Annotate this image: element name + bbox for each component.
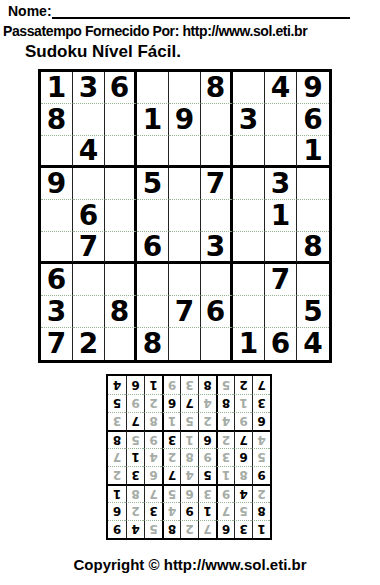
copyright-text: Copyright © http://www.sol.eti.br (0, 556, 380, 573)
puzzle-cell-r8c3: 8 (105, 296, 137, 328)
puzzle-cell-r7c7 (233, 264, 265, 296)
sudoku-solution-grid-rotated: 1367285498571943262493657819815476325639… (106, 374, 272, 540)
solution-cell-r1c9: 9 (108, 520, 126, 538)
solution-cell-r4c2: 8 (234, 466, 252, 484)
puzzle-cell-r6c2: 7 (73, 232, 105, 264)
puzzle-cell-r2c6 (201, 104, 233, 136)
solution-cell-r2c7: 3 (144, 502, 162, 520)
puzzle-cell-r7c5 (169, 264, 201, 296)
solution-cell-r7c3: 4 (216, 412, 234, 430)
puzzle-cell-r3c7 (233, 136, 265, 168)
solution-cell-r5c6: 2 (162, 448, 180, 466)
puzzle-cell-r8c7 (233, 296, 265, 328)
name-label: Nome: (8, 4, 52, 19)
solution-cell-r9c4: 8 (198, 376, 216, 394)
solution-cell-r8c6: 6 (162, 394, 180, 412)
solution-cell-r9c1: 7 (252, 376, 270, 394)
puzzle-cell-r7c4 (137, 264, 169, 296)
solution-cell-r8c5: 7 (180, 394, 198, 412)
solution-cell-r9c6: 9 (162, 376, 180, 394)
solution-cell-r5c2: 6 (234, 448, 252, 466)
puzzle-cell-r5c8: 1 (265, 200, 297, 232)
solution-cell-r7c4: 2 (198, 412, 216, 430)
solution-cell-r4c6: 7 (162, 466, 180, 484)
puzzle-cell-r2c1: 8 (41, 104, 73, 136)
solution-cell-r1c8: 4 (126, 520, 144, 538)
solution-cell-r8c9: 5 (108, 394, 126, 412)
worksheet-page: Nome: Passatempo Fornecido Por: http://w… (0, 4, 380, 573)
puzzle-cell-r2c7: 3 (233, 104, 265, 136)
solution-cell-r3c1: 2 (252, 484, 270, 502)
puzzle-cell-r6c9: 8 (297, 232, 329, 264)
puzzle-cell-r5c9 (297, 200, 329, 232)
solution-cell-r1c7: 5 (144, 520, 162, 538)
puzzle-cell-r1c6: 8 (201, 72, 233, 104)
solution-cell-r7c7: 8 (144, 412, 162, 430)
puzzle-cell-r6c1 (41, 232, 73, 264)
solution-cell-r4c1: 9 (252, 466, 270, 484)
solution-cell-r9c5: 3 (180, 376, 198, 394)
solution-cell-r7c6: 1 (162, 412, 180, 430)
puzzle-cell-r9c5 (169, 328, 201, 360)
puzzle-cell-r8c6: 6 (201, 296, 233, 328)
puzzle-cell-r6c7 (233, 232, 265, 264)
puzzle-cell-r4c7 (233, 168, 265, 200)
solution-cell-r2c2: 5 (234, 502, 252, 520)
solution-cell-r4c9: 2 (108, 466, 126, 484)
solution-cell-r6c4: 6 (198, 430, 216, 448)
puzzle-cell-r9c6 (201, 328, 233, 360)
puzzle-cell-r1c5 (169, 72, 201, 104)
solution-cell-r7c9: 3 (108, 412, 126, 430)
puzzle-cell-r3c1 (41, 136, 73, 168)
solution-cell-r8c1: 3 (252, 394, 270, 412)
puzzle-cell-r7c6 (201, 264, 233, 296)
puzzle-cell-r5c1 (41, 200, 73, 232)
puzzle-cell-r6c6: 3 (201, 232, 233, 264)
solution-cell-r8c3: 8 (216, 394, 234, 412)
solution-cell-r1c4: 7 (198, 520, 216, 538)
page-title: Sudoku Nível Fácil. (25, 42, 380, 62)
puzzle-cell-r2c3 (105, 104, 137, 136)
solution-cell-r5c3: 3 (216, 448, 234, 466)
puzzle-cell-r9c9: 4 (297, 328, 329, 360)
puzzle-cell-r2c2 (73, 104, 105, 136)
puzzle-cell-r5c5 (169, 200, 201, 232)
solution-cell-r4c5: 4 (180, 466, 198, 484)
puzzle-cell-r7c3 (105, 264, 137, 296)
provided-by-text: Passatempo Fornecido Por: http://www.sol… (3, 23, 380, 39)
puzzle-cell-r6c5 (169, 232, 201, 264)
solution-cell-r8c2: 1 (234, 394, 252, 412)
solution-area: 1367285498571943262493657819815476325639… (106, 374, 272, 540)
puzzle-cell-r9c1: 7 (41, 328, 73, 360)
solution-cell-r3c2: 4 (234, 484, 252, 502)
puzzle-cell-r2c9: 6 (297, 104, 329, 136)
puzzle-cell-r3c8 (265, 136, 297, 168)
solution-cell-r9c3: 5 (216, 376, 234, 394)
solution-cell-r8c4: 4 (198, 394, 216, 412)
puzzle-cell-r3c2: 4 (73, 136, 105, 168)
puzzle-cell-r8c4 (137, 296, 169, 328)
puzzle-cell-r4c8: 3 (265, 168, 297, 200)
solution-cell-r3c9: 1 (108, 484, 126, 502)
solution-cell-r7c5: 5 (180, 412, 198, 430)
solution-cell-r2c5: 9 (180, 502, 198, 520)
solution-cell-r5c1: 5 (252, 448, 270, 466)
solution-cell-r2c6: 4 (162, 502, 180, 520)
solution-cell-r6c6: 3 (162, 430, 180, 448)
solution-cell-r5c5: 8 (180, 448, 198, 466)
puzzle-cell-r9c2: 2 (73, 328, 105, 360)
puzzle-cell-r6c8 (265, 232, 297, 264)
puzzle-cell-r1c9: 9 (297, 72, 329, 104)
puzzle-cell-r9c8: 6 (265, 328, 297, 360)
puzzle-cell-r1c3: 6 (105, 72, 137, 104)
puzzle-cell-r5c3 (105, 200, 137, 232)
puzzle-cell-r8c5: 7 (169, 296, 201, 328)
puzzle-cell-r9c3 (105, 328, 137, 360)
puzzle-cell-r7c2 (73, 264, 105, 296)
puzzle-cell-r7c8: 7 (265, 264, 297, 296)
name-row: Nome: (8, 4, 350, 19)
puzzle-cell-r3c6 (201, 136, 233, 168)
puzzle-cell-r3c4 (137, 136, 169, 168)
solution-cell-r6c9: 8 (108, 430, 126, 448)
solution-cell-r3c5: 6 (180, 484, 198, 502)
solution-cell-r6c1: 4 (252, 430, 270, 448)
puzzle-cell-r5c2: 6 (73, 200, 105, 232)
solution-cell-r9c9: 4 (108, 376, 126, 394)
solution-cell-r2c1: 8 (252, 502, 270, 520)
puzzle-cell-r3c9: 1 (297, 136, 329, 168)
puzzle-cell-r3c5 (169, 136, 201, 168)
solution-cell-r2c3: 7 (216, 502, 234, 520)
sudoku-puzzle-grid: 136849819364195736176386738765728164 (38, 69, 332, 363)
solution-cell-r4c4: 5 (198, 466, 216, 484)
puzzle-cell-r8c1: 3 (41, 296, 73, 328)
solution-cell-r6c3: 2 (216, 430, 234, 448)
solution-cell-r6c7: 9 (144, 430, 162, 448)
puzzle-cell-r3c3 (105, 136, 137, 168)
puzzle-cell-r7c9 (297, 264, 329, 296)
puzzle-cell-r9c4: 8 (137, 328, 169, 360)
puzzle-cell-r4c4: 5 (137, 168, 169, 200)
solution-cell-r7c1: 6 (252, 412, 270, 430)
puzzle-cell-r1c2: 3 (73, 72, 105, 104)
puzzle-cell-r4c3 (105, 168, 137, 200)
puzzle-cell-r8c2 (73, 296, 105, 328)
solution-cell-r3c8: 8 (126, 484, 144, 502)
solution-cell-r1c1: 1 (252, 520, 270, 538)
puzzle-cell-r5c6 (201, 200, 233, 232)
puzzle-cell-r4c6: 7 (201, 168, 233, 200)
solution-cell-r1c2: 3 (234, 520, 252, 538)
solution-cell-r9c2: 2 (234, 376, 252, 394)
puzzle-cell-r2c5: 9 (169, 104, 201, 136)
solution-cell-r4c7: 6 (144, 466, 162, 484)
puzzle-cell-r6c4: 6 (137, 232, 169, 264)
solution-cell-r6c5: 1 (180, 430, 198, 448)
solution-cell-r6c2: 7 (234, 430, 252, 448)
puzzle-cell-r4c5 (169, 168, 201, 200)
puzzle-cell-r6c3 (105, 232, 137, 264)
solution-cell-r7c2: 9 (234, 412, 252, 430)
puzzle-cell-r8c8 (265, 296, 297, 328)
solution-cell-r5c8: 1 (126, 448, 144, 466)
puzzle-cell-r4c2 (73, 168, 105, 200)
solution-cell-r3c6: 5 (162, 484, 180, 502)
solution-cell-r1c5: 2 (180, 520, 198, 538)
solution-cell-r8c7: 2 (144, 394, 162, 412)
puzzle-cell-r5c7 (233, 200, 265, 232)
puzzle-cell-r2c8 (265, 104, 297, 136)
solution-cell-r2c4: 1 (198, 502, 216, 520)
puzzle-cell-r4c1: 9 (41, 168, 73, 200)
solution-cell-r3c3: 9 (216, 484, 234, 502)
solution-cell-r4c3: 1 (216, 466, 234, 484)
name-blank-line (52, 6, 350, 19)
solution-cell-r9c8: 6 (126, 376, 144, 394)
solution-cell-r5c4: 9 (198, 448, 216, 466)
puzzle-cell-r1c4 (137, 72, 169, 104)
solution-cell-r9c7: 1 (144, 376, 162, 394)
puzzle-cell-r4c9 (297, 168, 329, 200)
solution-cell-r4c8: 3 (126, 466, 144, 484)
puzzle-cell-r1c1: 1 (41, 72, 73, 104)
puzzle-cell-r5c4 (137, 200, 169, 232)
solution-cell-r1c3: 6 (216, 520, 234, 538)
solution-cell-r5c9: 7 (108, 448, 126, 466)
puzzle-cell-r9c7: 1 (233, 328, 265, 360)
solution-cell-r3c4: 3 (198, 484, 216, 502)
solution-cell-r2c9: 6 (108, 502, 126, 520)
puzzle-cell-r8c9: 5 (297, 296, 329, 328)
solution-cell-r3c7: 7 (144, 484, 162, 502)
solution-cell-r1c6: 8 (162, 520, 180, 538)
solution-cell-r5c7: 4 (144, 448, 162, 466)
puzzle-cell-r1c8: 4 (265, 72, 297, 104)
puzzle-cell-r7c1: 6 (41, 264, 73, 296)
solution-cell-r8c8: 9 (126, 394, 144, 412)
puzzle-cell-r1c7 (233, 72, 265, 104)
solution-cell-r6c8: 5 (126, 430, 144, 448)
solution-cell-r2c8: 2 (126, 502, 144, 520)
puzzle-cell-r2c4: 1 (137, 104, 169, 136)
solution-cell-r7c8: 7 (126, 412, 144, 430)
